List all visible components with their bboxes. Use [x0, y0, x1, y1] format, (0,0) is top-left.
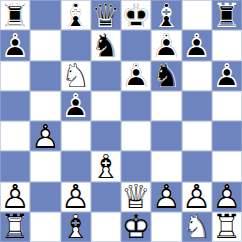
piece-black-pawn[interactable]: ♟♙ [121, 61, 151, 91]
square-b4[interactable]: ♟♙ [30, 121, 60, 151]
square-g5[interactable] [182, 91, 212, 121]
square-d2[interactable] [91, 182, 121, 212]
piece-outline-layer: ♘ [151, 61, 181, 91]
square-h5[interactable] [212, 91, 242, 121]
piece-outline-layer: ♔ [121, 0, 151, 30]
square-c1[interactable]: ♝♗ [61, 212, 91, 242]
piece-white-rook[interactable]: ♜♖ [0, 212, 30, 242]
square-h4[interactable] [212, 121, 242, 151]
piece-outline-layer: ♖ [212, 0, 242, 30]
piece-black-knight[interactable]: ♞♘ [151, 61, 181, 91]
square-b1[interactable] [30, 212, 60, 242]
piece-white-bishop[interactable]: ♝♗ [91, 151, 121, 181]
piece-outline-layer: ♖ [212, 212, 242, 242]
square-b7[interactable] [30, 30, 60, 60]
square-a6[interactable] [0, 61, 30, 91]
piece-white-knight[interactable]: ♞♘ [182, 212, 212, 242]
piece-outline-layer: ♗ [61, 212, 91, 242]
piece-white-bishop[interactable]: ♝♗ [61, 212, 91, 242]
square-g1[interactable]: ♞♘ [182, 212, 212, 242]
square-b2[interactable] [30, 182, 60, 212]
square-c5[interactable]: ♟♙ [61, 91, 91, 121]
piece-outline-layer: ♙ [151, 182, 181, 212]
square-h1[interactable]: ♜♖ [212, 212, 242, 242]
piece-black-bishop[interactable]: ♝♗ [61, 0, 91, 30]
piece-outline-layer: ♙ [30, 121, 60, 151]
square-f2[interactable]: ♟♙ [151, 182, 181, 212]
piece-outline-layer: ♙ [182, 30, 212, 60]
square-d1[interactable] [91, 212, 121, 242]
square-f5[interactable] [151, 91, 181, 121]
square-f1[interactable] [151, 212, 181, 242]
square-g6[interactable] [182, 61, 212, 91]
square-c4[interactable] [61, 121, 91, 151]
square-h6[interactable]: ♟♙ [212, 61, 242, 91]
piece-white-rook[interactable]: ♜♖ [212, 212, 242, 242]
square-e1[interactable]: ♚♔ [121, 212, 151, 242]
square-a5[interactable] [0, 91, 30, 121]
square-b6[interactable] [30, 61, 60, 91]
piece-white-pawn[interactable]: ♟♙ [151, 182, 181, 212]
square-d3[interactable]: ♝♗ [91, 151, 121, 181]
piece-white-king[interactable]: ♚♔ [121, 212, 151, 242]
piece-outline-layer: ♘ [182, 212, 212, 242]
square-b3[interactable] [30, 151, 60, 181]
square-f4[interactable] [151, 121, 181, 151]
square-d6[interactable] [91, 61, 121, 91]
piece-outline-layer: ♙ [121, 61, 151, 91]
piece-outline-layer: ♔ [121, 212, 151, 242]
square-g4[interactable] [182, 121, 212, 151]
square-e4[interactable] [121, 121, 151, 151]
piece-outline-layer: ♘ [91, 30, 121, 60]
piece-white-pawn[interactable]: ♟♙ [30, 121, 60, 151]
square-e8[interactable]: ♚♔ [121, 0, 151, 30]
square-a4[interactable] [0, 121, 30, 151]
piece-outline-layer: ♙ [61, 91, 91, 121]
piece-black-pawn[interactable]: ♟♙ [212, 61, 242, 91]
piece-black-rook[interactable]: ♜♖ [212, 0, 242, 30]
square-e5[interactable] [121, 91, 151, 121]
piece-black-pawn[interactable]: ♟♙ [182, 30, 212, 60]
square-d7[interactable]: ♞♘ [91, 30, 121, 60]
piece-black-king[interactable]: ♚♔ [121, 0, 151, 30]
piece-outline-layer: ♖ [0, 212, 30, 242]
piece-black-pawn[interactable]: ♟♙ [61, 91, 91, 121]
square-a1[interactable]: ♜♖ [0, 212, 30, 242]
chess-board: ♜♖♝♗♛♕♚♔♝♗♜♖♟♙♞♘♟♙♟♙♞♘♟♙♞♘♟♙♟♙♟♙♝♗♟♙♟♙♛♕… [0, 0, 242, 242]
square-b8[interactable] [30, 0, 60, 30]
square-h8[interactable]: ♜♖ [212, 0, 242, 30]
piece-outline-layer: ♙ [0, 30, 30, 60]
piece-outline-layer: ♗ [91, 151, 121, 181]
piece-black-pawn[interactable]: ♟♙ [0, 30, 30, 60]
square-d5[interactable] [91, 91, 121, 121]
square-c8[interactable]: ♝♗ [61, 0, 91, 30]
square-f6[interactable]: ♞♘ [151, 61, 181, 91]
square-a7[interactable]: ♟♙ [0, 30, 30, 60]
piece-outline-layer: ♗ [61, 0, 91, 30]
square-e6[interactable]: ♟♙ [121, 61, 151, 91]
piece-outline-layer: ♙ [212, 61, 242, 91]
square-g7[interactable]: ♟♙ [182, 30, 212, 60]
piece-black-knight[interactable]: ♞♘ [91, 30, 121, 60]
